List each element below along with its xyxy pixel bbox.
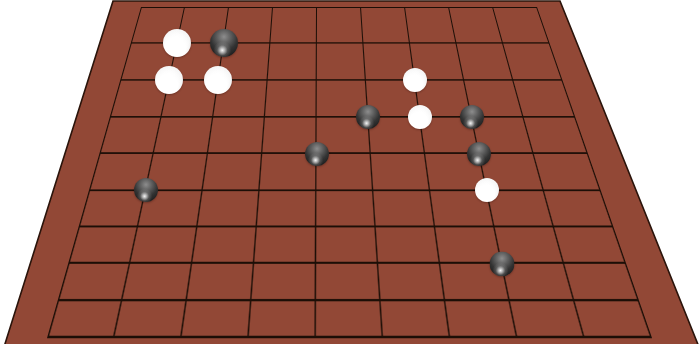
go-board-scene xyxy=(0,0,700,344)
black-stone[interactable] xyxy=(210,29,238,57)
black-stone[interactable] xyxy=(467,142,491,166)
white-stone[interactable] xyxy=(163,29,191,57)
white-stone[interactable] xyxy=(155,66,183,94)
white-stone[interactable] xyxy=(475,178,499,202)
white-stone[interactable] xyxy=(403,68,427,92)
white-stone[interactable] xyxy=(204,66,232,94)
white-stone[interactable] xyxy=(408,105,432,129)
black-stone[interactable] xyxy=(490,251,515,276)
black-stone[interactable] xyxy=(305,142,329,166)
stones-layer xyxy=(0,0,700,344)
black-stone[interactable] xyxy=(134,178,158,202)
black-stone[interactable] xyxy=(460,105,484,129)
black-stone[interactable] xyxy=(356,105,380,129)
